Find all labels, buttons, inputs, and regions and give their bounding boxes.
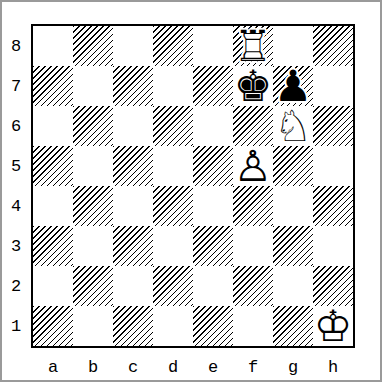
- file-label-c: c: [113, 354, 153, 380]
- square-g8[interactable]: [273, 26, 313, 66]
- square-h7[interactable]: [313, 66, 353, 106]
- file-label-h: h: [313, 354, 353, 380]
- square-c4[interactable]: [113, 186, 153, 226]
- square-c7[interactable]: [113, 66, 153, 106]
- rank-label-2: 2: [4, 266, 28, 306]
- square-b7[interactable]: [73, 66, 113, 106]
- square-c8[interactable]: [113, 26, 153, 66]
- file-labels: abcdefgh: [33, 354, 353, 380]
- piece-black-pawn: ♟♟: [273, 66, 313, 106]
- white-pawn-glyph: ♙: [233, 146, 273, 186]
- square-b4[interactable]: [73, 186, 113, 226]
- piece-white-rook: ♜♖: [233, 26, 273, 66]
- square-f3[interactable]: [233, 226, 273, 266]
- black-king-glyph: ♚: [233, 66, 273, 106]
- rank-label-3: 3: [4, 226, 28, 266]
- square-g7[interactable]: ♟♟: [273, 66, 313, 106]
- square-g2[interactable]: [273, 266, 313, 306]
- white-rook-glyph: ♖: [233, 26, 273, 66]
- square-d1[interactable]: [153, 306, 193, 346]
- square-e5[interactable]: [193, 146, 233, 186]
- piece-halo: ♚: [233, 66, 273, 106]
- square-a2[interactable]: [33, 266, 73, 306]
- square-g5[interactable]: [273, 146, 313, 186]
- square-e1[interactable]: [193, 306, 233, 346]
- white-king-glyph: ♔: [313, 306, 353, 346]
- square-g3[interactable]: [273, 226, 313, 266]
- square-e8[interactable]: [193, 26, 233, 66]
- file-label-d: d: [153, 354, 193, 380]
- square-f2[interactable]: [233, 266, 273, 306]
- black-pawn-glyph: ♟: [273, 66, 313, 106]
- file-label-a: a: [33, 354, 73, 380]
- square-b8[interactable]: [73, 26, 113, 66]
- square-h6[interactable]: [313, 106, 353, 146]
- square-b3[interactable]: [73, 226, 113, 266]
- square-f8[interactable]: ♜♖: [233, 26, 273, 66]
- piece-halo: ♞: [273, 106, 313, 146]
- piece-white-king: ♚♔: [313, 306, 353, 346]
- piece-white-pawn: ♟♙: [233, 146, 273, 186]
- chessboard: ♜♖♚♚♟♟♞♘♟♙♚♔: [31, 24, 355, 348]
- file-label-g: g: [273, 354, 313, 380]
- square-d4[interactable]: [153, 186, 193, 226]
- rank-label-8: 8: [4, 26, 28, 66]
- square-c1[interactable]: [113, 306, 153, 346]
- square-f4[interactable]: [233, 186, 273, 226]
- square-h1[interactable]: ♚♔: [313, 306, 353, 346]
- square-b5[interactable]: [73, 146, 113, 186]
- square-e3[interactable]: [193, 226, 233, 266]
- square-d3[interactable]: [153, 226, 193, 266]
- piece-halo: ♜: [233, 26, 273, 66]
- square-f5[interactable]: ♟♙: [233, 146, 273, 186]
- square-d2[interactable]: [153, 266, 193, 306]
- square-c6[interactable]: [113, 106, 153, 146]
- square-h4[interactable]: [313, 186, 353, 226]
- rank-label-5: 5: [4, 146, 28, 186]
- piece-halo: ♟: [233, 146, 273, 186]
- square-a5[interactable]: [33, 146, 73, 186]
- square-d6[interactable]: [153, 106, 193, 146]
- square-g4[interactable]: [273, 186, 313, 226]
- piece-black-king: ♚♚: [233, 66, 273, 106]
- rank-label-1: 1: [4, 306, 28, 346]
- rank-label-7: 7: [4, 66, 28, 106]
- square-e2[interactable]: [193, 266, 233, 306]
- square-c3[interactable]: [113, 226, 153, 266]
- square-h8[interactable]: [313, 26, 353, 66]
- square-c2[interactable]: [113, 266, 153, 306]
- square-b1[interactable]: [73, 306, 113, 346]
- square-a4[interactable]: [33, 186, 73, 226]
- square-h5[interactable]: [313, 146, 353, 186]
- chess-diagram: 87654321 ♜♖♚♚♟♟♞♘♟♙♚♔ abcdefgh: [0, 0, 382, 382]
- square-a7[interactable]: [33, 66, 73, 106]
- square-c5[interactable]: [113, 146, 153, 186]
- square-d7[interactable]: [153, 66, 193, 106]
- square-a3[interactable]: [33, 226, 73, 266]
- rank-labels: 87654321: [4, 26, 28, 346]
- piece-halo: ♟: [273, 66, 313, 106]
- file-label-b: b: [73, 354, 113, 380]
- rank-label-4: 4: [4, 186, 28, 226]
- square-f1[interactable]: [233, 306, 273, 346]
- square-a1[interactable]: [33, 306, 73, 346]
- square-b6[interactable]: [73, 106, 113, 146]
- square-g1[interactable]: [273, 306, 313, 346]
- square-e4[interactable]: [193, 186, 233, 226]
- square-a6[interactable]: [33, 106, 73, 146]
- file-label-e: e: [193, 354, 233, 380]
- square-h2[interactable]: [313, 266, 353, 306]
- square-f7[interactable]: ♚♚: [233, 66, 273, 106]
- square-e7[interactable]: [193, 66, 233, 106]
- square-f6[interactable]: [233, 106, 273, 146]
- square-a8[interactable]: [33, 26, 73, 66]
- square-b2[interactable]: [73, 266, 113, 306]
- piece-white-knight: ♞♘: [273, 106, 313, 146]
- square-d8[interactable]: [153, 26, 193, 66]
- rank-label-6: 6: [4, 106, 28, 146]
- white-knight-glyph: ♘: [273, 106, 313, 146]
- square-h3[interactable]: [313, 226, 353, 266]
- square-g6[interactable]: ♞♘: [273, 106, 313, 146]
- file-label-f: f: [233, 354, 273, 380]
- square-e6[interactable]: [193, 106, 233, 146]
- square-d5[interactable]: [153, 146, 193, 186]
- piece-halo: ♚: [313, 306, 353, 346]
